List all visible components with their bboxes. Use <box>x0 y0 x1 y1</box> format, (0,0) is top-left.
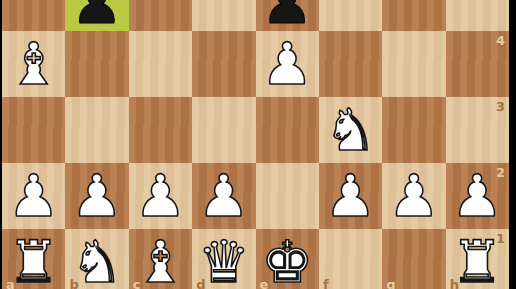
white-bishop-c1: ♝ <box>134 229 186 289</box>
white-king-e1: ♚ <box>261 229 313 289</box>
rank-row-1: ♜a♞b♝c♛d♚efg♜1h <box>2 229 509 289</box>
file-label-b: b <box>69 278 78 289</box>
rank-row-5: ♟♟ <box>2 0 509 31</box>
white-pawn-c2: ♟ <box>134 163 186 229</box>
letterbox-left-bar <box>0 0 2 289</box>
square-h3[interactable]: 3 <box>446 97 509 163</box>
file-label-d: d <box>196 278 205 289</box>
square-c2[interactable]: ♟ <box>129 163 192 229</box>
rank-label-2: 2 <box>496 166 505 179</box>
square-d4[interactable] <box>192 31 255 97</box>
rank-row-4: ♝♟4 <box>2 31 509 97</box>
square-c1[interactable]: ♝c <box>129 229 192 289</box>
square-h5[interactable] <box>446 0 509 31</box>
white-pawn-b2: ♟ <box>71 163 123 229</box>
square-e2[interactable] <box>256 163 319 229</box>
square-f5[interactable] <box>319 0 382 31</box>
rank-label-1: 1 <box>496 232 505 245</box>
white-rook-a1: ♜ <box>8 229 60 289</box>
file-label-g: g <box>386 278 395 289</box>
square-a1[interactable]: ♜a <box>2 229 65 289</box>
square-f3[interactable]: ♞ <box>319 97 382 163</box>
square-d2[interactable]: ♟ <box>192 163 255 229</box>
square-a4[interactable]: ♝ <box>2 31 65 97</box>
square-g3[interactable] <box>382 97 445 163</box>
square-b2[interactable]: ♟ <box>65 163 128 229</box>
square-d5[interactable] <box>192 0 255 31</box>
file-label-c: c <box>133 278 141 289</box>
black-pawn-b5: ♟ <box>65 0 128 31</box>
square-d3[interactable] <box>192 97 255 163</box>
black-pawn-e5: ♟ <box>256 0 319 31</box>
square-b5[interactable]: ♟ <box>65 0 128 31</box>
square-b1[interactable]: ♞b <box>65 229 128 289</box>
white-bishop-a4: ♝ <box>8 31 60 97</box>
square-a2[interactable]: ♟ <box>2 163 65 229</box>
white-knight-f3: ♞ <box>325 97 377 163</box>
square-g5[interactable] <box>382 0 445 31</box>
white-pawn-g2: ♟ <box>388 163 440 229</box>
square-a5[interactable] <box>2 0 65 31</box>
square-f1[interactable]: f <box>319 229 382 289</box>
white-knight-b1: ♞ <box>71 229 123 289</box>
square-f4[interactable] <box>319 31 382 97</box>
square-e4[interactable]: ♟ <box>256 31 319 97</box>
rank-row-2: ♟♟♟♟♟♟♟2 <box>2 163 509 229</box>
letterbox-right-bar <box>509 0 516 289</box>
rank-label-4: 4 <box>496 34 505 47</box>
white-pawn-a2: ♟ <box>8 163 60 229</box>
square-c3[interactable] <box>129 97 192 163</box>
white-queen-d1: ♛ <box>198 229 250 289</box>
square-b4[interactable] <box>65 31 128 97</box>
square-h4[interactable]: 4 <box>446 31 509 97</box>
white-pawn-d2: ♟ <box>198 163 250 229</box>
square-c5[interactable] <box>129 0 192 31</box>
chess-app-window: ♟♟♝♟4♞3♟♟♟♟♟♟♟2♜a♞b♝c♛d♚efg♜1h <box>0 0 516 289</box>
square-g2[interactable]: ♟ <box>382 163 445 229</box>
square-b3[interactable] <box>65 97 128 163</box>
file-label-a: a <box>6 278 15 289</box>
file-label-h: h <box>450 278 459 289</box>
square-e3[interactable] <box>256 97 319 163</box>
square-c4[interactable] <box>129 31 192 97</box>
file-label-f: f <box>323 278 329 289</box>
square-d1[interactable]: ♛d <box>192 229 255 289</box>
square-h1[interactable]: ♜1h <box>446 229 509 289</box>
chess-board: ♟♟♝♟4♞3♟♟♟♟♟♟♟2♜a♞b♝c♛d♚efg♜1h <box>2 0 509 289</box>
square-f2[interactable]: ♟ <box>319 163 382 229</box>
square-e5[interactable]: ♟ <box>256 0 319 31</box>
square-h2[interactable]: ♟2 <box>446 163 509 229</box>
square-g4[interactable] <box>382 31 445 97</box>
file-label-e: e <box>260 278 269 289</box>
square-e1[interactable]: ♚e <box>256 229 319 289</box>
white-pawn-f2: ♟ <box>325 163 377 229</box>
white-pawn-e4: ♟ <box>261 31 313 97</box>
square-a3[interactable] <box>2 97 65 163</box>
rank-row-3: ♞3 <box>2 97 509 163</box>
square-g1[interactable]: g <box>382 229 445 289</box>
rank-label-3: 3 <box>496 100 505 113</box>
